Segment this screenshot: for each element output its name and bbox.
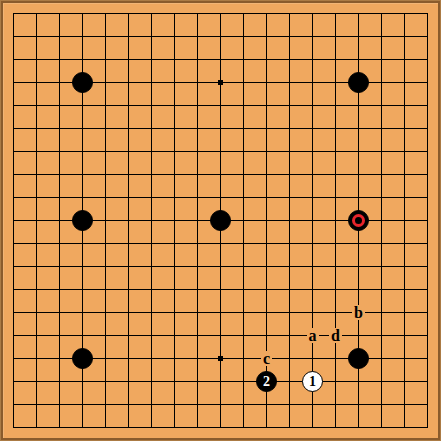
point-F2[interactable]	[117, 393, 140, 416]
point-C10[interactable]	[48, 209, 71, 232]
point-T5[interactable]	[416, 324, 439, 347]
point-T7[interactable]	[416, 278, 439, 301]
point-S14[interactable]	[393, 117, 416, 140]
point-N1[interactable]	[278, 416, 301, 439]
point-P11[interactable]	[324, 186, 347, 209]
point-D10[interactable]	[71, 209, 94, 232]
point-S19[interactable]	[393, 2, 416, 25]
point-M6[interactable]	[255, 301, 278, 324]
point-M8[interactable]	[255, 255, 278, 278]
point-R4[interactable]	[370, 347, 393, 370]
point-R8[interactable]	[370, 255, 393, 278]
point-D6[interactable]	[71, 301, 94, 324]
point-H3[interactable]	[163, 370, 186, 393]
point-J6[interactable]	[186, 301, 209, 324]
point-D7[interactable]	[71, 278, 94, 301]
point-S10[interactable]	[393, 209, 416, 232]
point-R17[interactable]	[370, 48, 393, 71]
point-B12[interactable]	[25, 163, 48, 186]
point-A18[interactable]	[2, 25, 25, 48]
point-C11[interactable]	[48, 186, 71, 209]
point-R1[interactable]	[370, 416, 393, 439]
point-F9[interactable]	[117, 232, 140, 255]
point-Q14[interactable]	[347, 117, 370, 140]
point-F3[interactable]	[117, 370, 140, 393]
point-G6[interactable]	[140, 301, 163, 324]
point-S3[interactable]	[393, 370, 416, 393]
point-K13[interactable]	[209, 140, 232, 163]
point-N9[interactable]	[278, 232, 301, 255]
point-G2[interactable]	[140, 393, 163, 416]
point-S4[interactable]	[393, 347, 416, 370]
point-K19[interactable]	[209, 2, 232, 25]
point-G7[interactable]	[140, 278, 163, 301]
point-S7[interactable]	[393, 278, 416, 301]
point-L10[interactable]	[232, 209, 255, 232]
point-N13[interactable]	[278, 140, 301, 163]
point-D4[interactable]	[71, 347, 94, 370]
point-K11[interactable]	[209, 186, 232, 209]
point-J3[interactable]	[186, 370, 209, 393]
point-B18[interactable]	[25, 25, 48, 48]
point-B16[interactable]	[25, 71, 48, 94]
point-F16[interactable]	[117, 71, 140, 94]
point-P19[interactable]	[324, 2, 347, 25]
point-C18[interactable]	[48, 25, 71, 48]
point-J13[interactable]	[186, 140, 209, 163]
point-H11[interactable]	[163, 186, 186, 209]
point-H2[interactable]	[163, 393, 186, 416]
point-J4[interactable]	[186, 347, 209, 370]
point-C9[interactable]	[48, 232, 71, 255]
point-K9[interactable]	[209, 232, 232, 255]
point-F1[interactable]	[117, 416, 140, 439]
point-F8[interactable]	[117, 255, 140, 278]
point-C12[interactable]	[48, 163, 71, 186]
point-D9[interactable]	[71, 232, 94, 255]
point-K14[interactable]	[209, 117, 232, 140]
point-J11[interactable]	[186, 186, 209, 209]
point-L3[interactable]	[232, 370, 255, 393]
point-R6[interactable]	[370, 301, 393, 324]
point-B11[interactable]	[25, 186, 48, 209]
point-B10[interactable]	[25, 209, 48, 232]
point-K6[interactable]	[209, 301, 232, 324]
point-H9[interactable]	[163, 232, 186, 255]
point-N19[interactable]	[278, 2, 301, 25]
point-N5[interactable]	[278, 324, 301, 347]
point-F11[interactable]	[117, 186, 140, 209]
point-S11[interactable]	[393, 186, 416, 209]
point-L5[interactable]	[232, 324, 255, 347]
point-J5[interactable]	[186, 324, 209, 347]
point-K15[interactable]	[209, 94, 232, 117]
point-E12[interactable]	[94, 163, 117, 186]
point-M15[interactable]	[255, 94, 278, 117]
point-A14[interactable]	[2, 117, 25, 140]
point-N11[interactable]	[278, 186, 301, 209]
point-N4[interactable]	[278, 347, 301, 370]
point-J2[interactable]	[186, 393, 209, 416]
point-Q8[interactable]	[347, 255, 370, 278]
point-R11[interactable]	[370, 186, 393, 209]
point-D13[interactable]	[71, 140, 94, 163]
point-R10[interactable]	[370, 209, 393, 232]
point-P2[interactable]	[324, 393, 347, 416]
point-E18[interactable]	[94, 25, 117, 48]
point-N15[interactable]	[278, 94, 301, 117]
point-B17[interactable]	[25, 48, 48, 71]
point-J15[interactable]	[186, 94, 209, 117]
point-P1[interactable]	[324, 416, 347, 439]
point-D19[interactable]	[71, 2, 94, 25]
point-T3[interactable]	[416, 370, 439, 393]
point-P18[interactable]	[324, 25, 347, 48]
point-B19[interactable]	[25, 2, 48, 25]
point-E5[interactable]	[94, 324, 117, 347]
point-J19[interactable]	[186, 2, 209, 25]
point-G18[interactable]	[140, 25, 163, 48]
point-R12[interactable]	[370, 163, 393, 186]
point-G12[interactable]	[140, 163, 163, 186]
point-F10[interactable]	[117, 209, 140, 232]
point-H8[interactable]	[163, 255, 186, 278]
point-Q17[interactable]	[347, 48, 370, 71]
point-A2[interactable]	[2, 393, 25, 416]
point-S5[interactable]	[393, 324, 416, 347]
point-B8[interactable]	[25, 255, 48, 278]
point-P17[interactable]	[324, 48, 347, 71]
point-P3[interactable]	[324, 370, 347, 393]
point-K4[interactable]	[209, 347, 232, 370]
point-H12[interactable]	[163, 163, 186, 186]
point-N6[interactable]	[278, 301, 301, 324]
point-K16[interactable]	[209, 71, 232, 94]
point-G10[interactable]	[140, 209, 163, 232]
point-S16[interactable]	[393, 71, 416, 94]
point-T17[interactable]	[416, 48, 439, 71]
point-L14[interactable]	[232, 117, 255, 140]
point-E10[interactable]	[94, 209, 117, 232]
point-L11[interactable]	[232, 186, 255, 209]
point-P7[interactable]	[324, 278, 347, 301]
point-N12[interactable]	[278, 163, 301, 186]
point-O7[interactable]	[301, 278, 324, 301]
point-B6[interactable]	[25, 301, 48, 324]
point-T12[interactable]	[416, 163, 439, 186]
point-J10[interactable]	[186, 209, 209, 232]
point-H16[interactable]	[163, 71, 186, 94]
point-M14[interactable]	[255, 117, 278, 140]
point-T15[interactable]	[416, 94, 439, 117]
point-R18[interactable]	[370, 25, 393, 48]
point-A9[interactable]	[2, 232, 25, 255]
point-C6[interactable]	[48, 301, 71, 324]
point-L6[interactable]	[232, 301, 255, 324]
point-D14[interactable]	[71, 117, 94, 140]
point-D3[interactable]	[71, 370, 94, 393]
point-D1[interactable]	[71, 416, 94, 439]
point-A7[interactable]	[2, 278, 25, 301]
point-N8[interactable]	[278, 255, 301, 278]
point-O3[interactable]: 1	[301, 370, 324, 393]
point-P9[interactable]	[324, 232, 347, 255]
point-A6[interactable]	[2, 301, 25, 324]
point-S12[interactable]	[393, 163, 416, 186]
point-P8[interactable]	[324, 255, 347, 278]
point-P13[interactable]	[324, 140, 347, 163]
point-M16[interactable]	[255, 71, 278, 94]
point-M10[interactable]	[255, 209, 278, 232]
point-N16[interactable]	[278, 71, 301, 94]
point-S18[interactable]	[393, 25, 416, 48]
point-L2[interactable]	[232, 393, 255, 416]
point-F4[interactable]	[117, 347, 140, 370]
point-T9[interactable]	[416, 232, 439, 255]
point-E11[interactable]	[94, 186, 117, 209]
point-C14[interactable]	[48, 117, 71, 140]
point-Q13[interactable]	[347, 140, 370, 163]
point-B2[interactable]	[25, 393, 48, 416]
point-G19[interactable]	[140, 2, 163, 25]
point-M7[interactable]	[255, 278, 278, 301]
point-B13[interactable]	[25, 140, 48, 163]
point-H6[interactable]	[163, 301, 186, 324]
point-S9[interactable]	[393, 232, 416, 255]
point-C3[interactable]	[48, 370, 71, 393]
point-P16[interactable]	[324, 71, 347, 94]
point-T13[interactable]	[416, 140, 439, 163]
point-T14[interactable]	[416, 117, 439, 140]
point-Q4[interactable]	[347, 347, 370, 370]
point-Q3[interactable]	[347, 370, 370, 393]
point-R2[interactable]	[370, 393, 393, 416]
point-M13[interactable]	[255, 140, 278, 163]
point-O12[interactable]	[301, 163, 324, 186]
point-K8[interactable]	[209, 255, 232, 278]
point-M5[interactable]	[255, 324, 278, 347]
point-T11[interactable]	[416, 186, 439, 209]
point-G3[interactable]	[140, 370, 163, 393]
point-G11[interactable]	[140, 186, 163, 209]
point-F6[interactable]	[117, 301, 140, 324]
point-M17[interactable]	[255, 48, 278, 71]
point-O11[interactable]	[301, 186, 324, 209]
point-G9[interactable]	[140, 232, 163, 255]
point-F7[interactable]	[117, 278, 140, 301]
point-F14[interactable]	[117, 117, 140, 140]
point-R19[interactable]	[370, 2, 393, 25]
point-R9[interactable]	[370, 232, 393, 255]
point-A3[interactable]	[2, 370, 25, 393]
point-O19[interactable]	[301, 2, 324, 25]
point-H7[interactable]	[163, 278, 186, 301]
point-A8[interactable]	[2, 255, 25, 278]
point-D2[interactable]	[71, 393, 94, 416]
point-Q18[interactable]	[347, 25, 370, 48]
point-G16[interactable]	[140, 71, 163, 94]
point-Q12[interactable]	[347, 163, 370, 186]
point-M1[interactable]	[255, 416, 278, 439]
point-C4[interactable]	[48, 347, 71, 370]
point-O16[interactable]	[301, 71, 324, 94]
point-K10[interactable]	[209, 209, 232, 232]
point-D12[interactable]	[71, 163, 94, 186]
point-D11[interactable]	[71, 186, 94, 209]
point-L13[interactable]	[232, 140, 255, 163]
point-P15[interactable]	[324, 94, 347, 117]
point-O17[interactable]	[301, 48, 324, 71]
point-J17[interactable]	[186, 48, 209, 71]
point-E13[interactable]	[94, 140, 117, 163]
point-K12[interactable]	[209, 163, 232, 186]
point-K2[interactable]	[209, 393, 232, 416]
point-F19[interactable]	[117, 2, 140, 25]
point-G15[interactable]	[140, 94, 163, 117]
point-E8[interactable]	[94, 255, 117, 278]
point-F12[interactable]	[117, 163, 140, 186]
point-R15[interactable]	[370, 94, 393, 117]
point-O13[interactable]	[301, 140, 324, 163]
point-G8[interactable]	[140, 255, 163, 278]
point-M2[interactable]	[255, 393, 278, 416]
point-L8[interactable]	[232, 255, 255, 278]
point-L16[interactable]	[232, 71, 255, 94]
point-L4[interactable]	[232, 347, 255, 370]
point-K1[interactable]	[209, 416, 232, 439]
point-Q19[interactable]	[347, 2, 370, 25]
point-P10[interactable]	[324, 209, 347, 232]
point-D18[interactable]	[71, 25, 94, 48]
point-R5[interactable]	[370, 324, 393, 347]
point-A16[interactable]	[2, 71, 25, 94]
point-P5[interactable]: d	[324, 324, 347, 347]
point-J1[interactable]	[186, 416, 209, 439]
point-D5[interactable]	[71, 324, 94, 347]
point-O5[interactable]: a	[301, 324, 324, 347]
point-O10[interactable]	[301, 209, 324, 232]
point-A17[interactable]	[2, 48, 25, 71]
point-O1[interactable]	[301, 416, 324, 439]
point-O6[interactable]	[301, 301, 324, 324]
point-M11[interactable]	[255, 186, 278, 209]
point-E4[interactable]	[94, 347, 117, 370]
point-S15[interactable]	[393, 94, 416, 117]
point-H4[interactable]	[163, 347, 186, 370]
point-C19[interactable]	[48, 2, 71, 25]
point-E6[interactable]	[94, 301, 117, 324]
point-E14[interactable]	[94, 117, 117, 140]
point-D8[interactable]	[71, 255, 94, 278]
point-F5[interactable]	[117, 324, 140, 347]
point-F15[interactable]	[117, 94, 140, 117]
point-Q7[interactable]	[347, 278, 370, 301]
point-A19[interactable]	[2, 2, 25, 25]
point-A5[interactable]	[2, 324, 25, 347]
point-O18[interactable]	[301, 25, 324, 48]
point-H14[interactable]	[163, 117, 186, 140]
point-Q6[interactable]: b	[347, 301, 370, 324]
point-G13[interactable]	[140, 140, 163, 163]
point-Q10[interactable]	[347, 209, 370, 232]
point-T2[interactable]	[416, 393, 439, 416]
point-A11[interactable]	[2, 186, 25, 209]
point-T1[interactable]	[416, 416, 439, 439]
point-J12[interactable]	[186, 163, 209, 186]
point-K3[interactable]	[209, 370, 232, 393]
point-F18[interactable]	[117, 25, 140, 48]
point-J7[interactable]	[186, 278, 209, 301]
point-H17[interactable]	[163, 48, 186, 71]
point-A13[interactable]	[2, 140, 25, 163]
point-Q1[interactable]	[347, 416, 370, 439]
point-L18[interactable]	[232, 25, 255, 48]
point-C1[interactable]	[48, 416, 71, 439]
point-E17[interactable]	[94, 48, 117, 71]
point-F17[interactable]	[117, 48, 140, 71]
point-G5[interactable]	[140, 324, 163, 347]
point-S6[interactable]	[393, 301, 416, 324]
point-G14[interactable]	[140, 117, 163, 140]
point-C16[interactable]	[48, 71, 71, 94]
point-E7[interactable]	[94, 278, 117, 301]
point-C5[interactable]	[48, 324, 71, 347]
point-P14[interactable]	[324, 117, 347, 140]
point-A4[interactable]	[2, 347, 25, 370]
point-B4[interactable]	[25, 347, 48, 370]
point-T10[interactable]	[416, 209, 439, 232]
point-L7[interactable]	[232, 278, 255, 301]
point-S13[interactable]	[393, 140, 416, 163]
point-L15[interactable]	[232, 94, 255, 117]
point-K7[interactable]	[209, 278, 232, 301]
point-L9[interactable]	[232, 232, 255, 255]
point-O15[interactable]	[301, 94, 324, 117]
point-T8[interactable]	[416, 255, 439, 278]
point-O14[interactable]	[301, 117, 324, 140]
point-J16[interactable]	[186, 71, 209, 94]
point-D16[interactable]	[71, 71, 94, 94]
point-H10[interactable]	[163, 209, 186, 232]
point-K18[interactable]	[209, 25, 232, 48]
point-P4[interactable]	[324, 347, 347, 370]
point-B9[interactable]	[25, 232, 48, 255]
point-M4[interactable]: c	[255, 347, 278, 370]
point-J18[interactable]	[186, 25, 209, 48]
point-A12[interactable]	[2, 163, 25, 186]
point-E19[interactable]	[94, 2, 117, 25]
point-S17[interactable]	[393, 48, 416, 71]
point-K17[interactable]	[209, 48, 232, 71]
point-T16[interactable]	[416, 71, 439, 94]
point-E16[interactable]	[94, 71, 117, 94]
point-M3[interactable]: 2	[255, 370, 278, 393]
point-C8[interactable]	[48, 255, 71, 278]
point-Q9[interactable]	[347, 232, 370, 255]
point-J9[interactable]	[186, 232, 209, 255]
point-L1[interactable]	[232, 416, 255, 439]
point-N18[interactable]	[278, 25, 301, 48]
point-L17[interactable]	[232, 48, 255, 71]
point-N3[interactable]	[278, 370, 301, 393]
point-C7[interactable]	[48, 278, 71, 301]
point-E9[interactable]	[94, 232, 117, 255]
point-R16[interactable]	[370, 71, 393, 94]
point-Q15[interactable]	[347, 94, 370, 117]
point-H13[interactable]	[163, 140, 186, 163]
point-H18[interactable]	[163, 25, 186, 48]
point-M12[interactable]	[255, 163, 278, 186]
